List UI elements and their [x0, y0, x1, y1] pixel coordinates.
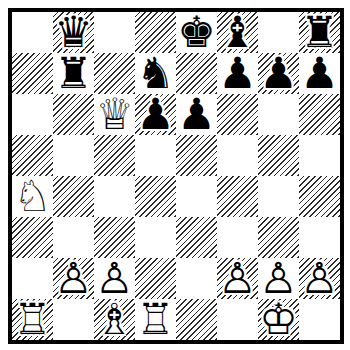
- square-b3[interactable]: [53, 217, 94, 258]
- square-a2[interactable]: [12, 258, 53, 299]
- square-a7[interactable]: [12, 53, 53, 94]
- square-b2[interactable]: ♟♙: [53, 258, 94, 299]
- black-rook-icon: ♜: [299, 12, 340, 53]
- piece-white-bishop[interactable]: ♝♗: [94, 299, 135, 340]
- white-queen-icon: ♕: [94, 94, 135, 135]
- square-e8[interactable]: ♚♚: [176, 12, 217, 53]
- square-d3[interactable]: [135, 217, 176, 258]
- white-bishop-icon: ♗: [94, 299, 135, 340]
- piece-black-pawn[interactable]: ♟♟: [258, 53, 299, 94]
- square-c3[interactable]: [94, 217, 135, 258]
- piece-white-pawn[interactable]: ♟♙: [258, 258, 299, 299]
- piece-white-pawn[interactable]: ♟♙: [299, 258, 340, 299]
- square-b5[interactable]: [53, 135, 94, 176]
- square-f8[interactable]: ♝♝: [217, 12, 258, 53]
- square-e2[interactable]: [176, 258, 217, 299]
- square-h6[interactable]: [299, 94, 340, 135]
- white-rook-icon: ♖: [135, 299, 176, 340]
- square-d4[interactable]: [135, 176, 176, 217]
- square-b4[interactable]: [53, 176, 94, 217]
- white-pawn-icon: ♙: [217, 258, 258, 299]
- square-g8[interactable]: [258, 12, 299, 53]
- square-d2[interactable]: [135, 258, 176, 299]
- square-h5[interactable]: [299, 135, 340, 176]
- square-b1[interactable]: [53, 299, 94, 340]
- chess-board: ♛♛♚♚♝♝♜♜♜♜♞♞♟♟♟♟♟♟♛♕♟♟♟♟♞♘♟♙♟♙♟♙♟♙♟♙♜♖♝♗…: [12, 12, 340, 340]
- square-h2[interactable]: ♟♙: [299, 258, 340, 299]
- square-g1[interactable]: ♚♔: [258, 299, 299, 340]
- square-g4[interactable]: [258, 176, 299, 217]
- piece-black-pawn[interactable]: ♟♟: [176, 94, 217, 135]
- piece-black-king[interactable]: ♚♚: [176, 12, 217, 53]
- piece-black-queen[interactable]: ♛♛: [53, 12, 94, 53]
- square-e1[interactable]: [176, 299, 217, 340]
- square-d1[interactable]: ♜♖: [135, 299, 176, 340]
- black-bishop-icon: ♝: [217, 12, 258, 53]
- square-h3[interactable]: [299, 217, 340, 258]
- piece-black-pawn[interactable]: ♟♟: [217, 53, 258, 94]
- black-pawn-icon: ♟: [135, 94, 176, 135]
- white-pawn-icon: ♙: [94, 258, 135, 299]
- piece-white-rook[interactable]: ♜♖: [135, 299, 176, 340]
- square-a5[interactable]: [12, 135, 53, 176]
- square-f7[interactable]: ♟♟: [217, 53, 258, 94]
- square-f5[interactable]: [217, 135, 258, 176]
- piece-black-pawn[interactable]: ♟♟: [135, 94, 176, 135]
- square-f1[interactable]: [217, 299, 258, 340]
- piece-black-knight[interactable]: ♞♞: [135, 53, 176, 94]
- piece-white-king[interactable]: ♚♔: [258, 299, 299, 340]
- square-f4[interactable]: [217, 176, 258, 217]
- piece-white-pawn[interactable]: ♟♙: [94, 258, 135, 299]
- piece-black-bishop[interactable]: ♝♝: [217, 12, 258, 53]
- white-rook-icon: ♖: [12, 299, 53, 340]
- square-c6[interactable]: ♛♕: [94, 94, 135, 135]
- square-d7[interactable]: ♞♞: [135, 53, 176, 94]
- square-e3[interactable]: [176, 217, 217, 258]
- square-g7[interactable]: ♟♟: [258, 53, 299, 94]
- square-e6[interactable]: ♟♟: [176, 94, 217, 135]
- square-h1[interactable]: [299, 299, 340, 340]
- square-b6[interactable]: [53, 94, 94, 135]
- white-pawn-icon: ♙: [258, 258, 299, 299]
- piece-white-rook[interactable]: ♜♖: [12, 299, 53, 340]
- square-d6[interactable]: ♟♟: [135, 94, 176, 135]
- square-h4[interactable]: [299, 176, 340, 217]
- black-knight-icon: ♞: [135, 53, 176, 94]
- square-g5[interactable]: [258, 135, 299, 176]
- piece-white-pawn[interactable]: ♟♙: [217, 258, 258, 299]
- piece-white-knight[interactable]: ♞♘: [12, 176, 53, 217]
- white-pawn-icon: ♙: [299, 258, 340, 299]
- square-h8[interactable]: ♜♜: [299, 12, 340, 53]
- square-c7[interactable]: [94, 53, 135, 94]
- black-pawn-icon: ♟: [299, 53, 340, 94]
- square-b8[interactable]: ♛♛: [53, 12, 94, 53]
- square-c2[interactable]: ♟♙: [94, 258, 135, 299]
- white-king-icon: ♔: [258, 299, 299, 340]
- board-frame: ♛♛♚♚♝♝♜♜♜♜♞♞♟♟♟♟♟♟♛♕♟♟♟♟♞♘♟♙♟♙♟♙♟♙♟♙♜♖♝♗…: [8, 8, 344, 344]
- white-pawn-icon: ♙: [53, 258, 94, 299]
- black-king-icon: ♚: [176, 12, 217, 53]
- black-rook-icon: ♜: [53, 53, 94, 94]
- square-c1[interactable]: ♝♗: [94, 299, 135, 340]
- piece-black-rook[interactable]: ♜♜: [53, 53, 94, 94]
- square-g6[interactable]: [258, 94, 299, 135]
- black-pawn-icon: ♟: [176, 94, 217, 135]
- square-c8[interactable]: [94, 12, 135, 53]
- black-pawn-icon: ♟: [258, 53, 299, 94]
- square-f2[interactable]: ♟♙: [217, 258, 258, 299]
- square-g3[interactable]: [258, 217, 299, 258]
- square-a8[interactable]: [12, 12, 53, 53]
- square-e5[interactable]: [176, 135, 217, 176]
- square-d8[interactable]: [135, 12, 176, 53]
- piece-white-queen[interactable]: ♛♕: [94, 94, 135, 135]
- square-f3[interactable]: [217, 217, 258, 258]
- square-f6[interactable]: [217, 94, 258, 135]
- square-a4[interactable]: ♞♘: [12, 176, 53, 217]
- square-b7[interactable]: ♜♜: [53, 53, 94, 94]
- square-d5[interactable]: [135, 135, 176, 176]
- square-e7[interactable]: [176, 53, 217, 94]
- piece-white-pawn[interactable]: ♟♙: [53, 258, 94, 299]
- square-c4[interactable]: [94, 176, 135, 217]
- white-knight-icon: ♘: [12, 176, 53, 217]
- square-a6[interactable]: [12, 94, 53, 135]
- piece-black-pawn[interactable]: ♟♟: [299, 53, 340, 94]
- square-h7[interactable]: ♟♟: [299, 53, 340, 94]
- square-a3[interactable]: [12, 217, 53, 258]
- square-e4[interactable]: [176, 176, 217, 217]
- black-queen-icon: ♛: [53, 12, 94, 53]
- square-a1[interactable]: ♜♖: [12, 299, 53, 340]
- square-c5[interactable]: [94, 135, 135, 176]
- square-g2[interactable]: ♟♙: [258, 258, 299, 299]
- piece-black-rook[interactable]: ♜♜: [299, 12, 340, 53]
- black-pawn-icon: ♟: [217, 53, 258, 94]
